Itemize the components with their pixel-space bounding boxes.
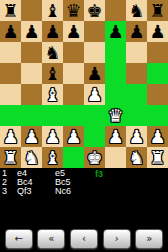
square-g8[interactable]: ♞ (126, 0, 147, 21)
piece-white-knight: ♞ (21, 147, 42, 168)
piece-white-rook: ♜ (147, 147, 168, 168)
square-a3[interactable] (0, 105, 21, 126)
square-e3[interactable] (84, 105, 105, 126)
square-b7[interactable]: ♟ (21, 21, 42, 42)
square-b8[interactable] (21, 0, 42, 21)
square-h4[interactable] (147, 84, 168, 105)
square-e1[interactable]: ♚ (84, 147, 105, 168)
square-f7[interactable]: ♟ (105, 21, 126, 42)
square-h3[interactable] (147, 105, 168, 126)
square-h5[interactable] (147, 63, 168, 84)
piece-white-bishop: ♝ (42, 147, 63, 168)
square-d2[interactable]: ♟ (63, 126, 84, 147)
square-e8[interactable]: ♚ (84, 0, 105, 21)
square-c5[interactable]: ♝ (42, 63, 63, 84)
square-f8[interactable] (105, 0, 126, 21)
selected-square-label: f3 (95, 170, 103, 179)
piece-white-king: ♚ (84, 147, 105, 168)
square-d5[interactable] (63, 63, 84, 84)
piece-black-pawn: ♟ (84, 63, 105, 84)
square-f2[interactable]: ♟ (105, 126, 126, 147)
move-list: 1e4e52Bc4Bc53Qf3Nc6 (2, 169, 95, 196)
piece-black-king: ♚ (84, 0, 105, 21)
undo-button[interactable]: ← (5, 229, 33, 249)
square-e5[interactable]: ♟ (84, 63, 105, 84)
piece-black-knight: ♞ (42, 42, 63, 63)
piece-black-pawn: ♟ (147, 21, 168, 42)
piece-white-pawn: ♟ (63, 126, 84, 147)
piece-white-pawn: ♟ (42, 126, 63, 147)
square-g5[interactable] (126, 63, 147, 84)
step-forward-button[interactable]: › (103, 229, 131, 249)
square-e2[interactable] (84, 126, 105, 147)
piece-white-pawn: ♟ (21, 126, 42, 147)
piece-white-pawn: ♟ (0, 126, 21, 147)
piece-black-knight: ♞ (126, 0, 147, 21)
go-to-end-button[interactable]: » (135, 229, 163, 249)
chess-board: ♜♝♛♚♞♜♟♟♟♟♟♟♟♞♝♟♝♟♛♟♟♟♟♟♟♟♜♞♝♚♞♜ (0, 0, 168, 168)
square-a6[interactable] (0, 42, 21, 63)
square-b4[interactable] (21, 84, 42, 105)
square-d1[interactable] (63, 147, 84, 168)
square-c2[interactable]: ♟ (42, 126, 63, 147)
square-c6[interactable]: ♞ (42, 42, 63, 63)
square-h1[interactable]: ♜ (147, 147, 168, 168)
square-f6[interactable] (105, 42, 126, 63)
move-row: 2Bc4Bc5 (2, 178, 95, 187)
square-g2[interactable]: ♟ (126, 126, 147, 147)
square-b5[interactable] (21, 63, 42, 84)
square-a8[interactable]: ♜ (0, 0, 21, 21)
square-c3[interactable] (42, 105, 63, 126)
step-back-button[interactable]: ‹ (70, 229, 98, 249)
piece-white-bishop: ♝ (42, 84, 63, 105)
square-b6[interactable] (21, 42, 42, 63)
square-f3[interactable]: ♛ (105, 105, 126, 126)
piece-black-pawn: ♟ (42, 21, 63, 42)
square-b3[interactable] (21, 105, 42, 126)
piece-black-pawn: ♟ (63, 21, 84, 42)
black-move: Nc6 (55, 187, 95, 196)
square-h6[interactable] (147, 42, 168, 63)
piece-black-pawn: ♟ (105, 21, 126, 42)
piece-black-bishop: ♝ (42, 0, 63, 21)
piece-white-pawn: ♟ (147, 126, 168, 147)
piece-white-knight: ♞ (126, 147, 147, 168)
square-a4[interactable] (0, 84, 21, 105)
square-c4[interactable]: ♝ (42, 84, 63, 105)
move-list-panel: 1e4e52Bc4Bc53Qf3Nc6 f3 ← « ‹ › » (0, 168, 168, 252)
square-e6[interactable] (84, 42, 105, 63)
square-f1[interactable] (105, 147, 126, 168)
move-row: 3Qf3Nc6 (2, 187, 95, 196)
piece-black-pawn: ♟ (0, 21, 21, 42)
square-g7[interactable]: ♟ (126, 21, 147, 42)
square-b2[interactable]: ♟ (21, 126, 42, 147)
piece-white-rook: ♜ (0, 147, 21, 168)
piece-black-bishop: ♝ (42, 63, 63, 84)
square-g4[interactable] (126, 84, 147, 105)
piece-black-queen: ♛ (63, 0, 84, 21)
square-a1[interactable]: ♜ (0, 147, 21, 168)
square-c7[interactable]: ♟ (42, 21, 63, 42)
square-d8[interactable]: ♛ (63, 0, 84, 21)
square-d4[interactable] (63, 84, 84, 105)
square-h2[interactable]: ♟ (147, 126, 168, 147)
piece-black-pawn: ♟ (21, 21, 42, 42)
square-d7[interactable]: ♟ (63, 21, 84, 42)
square-a5[interactable] (0, 63, 21, 84)
square-h7[interactable]: ♟ (147, 21, 168, 42)
square-c8[interactable]: ♝ (42, 0, 63, 21)
move-row: 1e4e5 (2, 169, 95, 178)
piece-black-rook: ♜ (0, 0, 21, 21)
square-f4[interactable] (105, 84, 126, 105)
piece-black-rook: ♜ (147, 0, 168, 21)
square-e7[interactable] (84, 21, 105, 42)
square-g6[interactable] (126, 42, 147, 63)
square-g3[interactable] (126, 105, 147, 126)
square-h8[interactable]: ♜ (147, 0, 168, 21)
square-a2[interactable]: ♟ (0, 126, 21, 147)
square-d3[interactable] (63, 105, 84, 126)
piece-white-pawn: ♟ (84, 84, 105, 105)
square-a7[interactable]: ♟ (0, 21, 21, 42)
piece-black-pawn: ♟ (126, 21, 147, 42)
square-e4[interactable]: ♟ (84, 84, 105, 105)
navigation-bar: ← « ‹ › » (0, 228, 168, 250)
piece-white-pawn: ♟ (105, 126, 126, 147)
piece-white-queen: ♛ (105, 105, 126, 126)
move-number: 3 (2, 187, 17, 196)
square-d6[interactable] (63, 42, 84, 63)
square-b1[interactable]: ♞ (21, 147, 42, 168)
square-f5[interactable] (105, 63, 126, 84)
piece-white-pawn: ♟ (126, 126, 147, 147)
white-move: Qf3 (17, 187, 55, 196)
go-to-start-button[interactable]: « (37, 229, 65, 249)
square-c1[interactable]: ♝ (42, 147, 63, 168)
square-g1[interactable]: ♞ (126, 147, 147, 168)
